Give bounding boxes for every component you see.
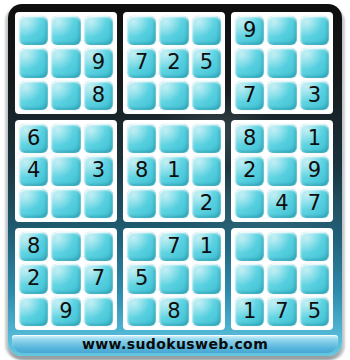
cell-r1c7[interactable]: 9 bbox=[235, 16, 264, 45]
box-r3-c1: 8279 bbox=[15, 228, 117, 330]
cell-r4c8[interactable] bbox=[267, 124, 296, 153]
cell-r7c2[interactable] bbox=[51, 232, 80, 261]
cell-r8c1[interactable]: 2 bbox=[19, 264, 48, 293]
cell-r4c7[interactable]: 8 bbox=[235, 124, 264, 153]
cell-r4c9[interactable]: 1 bbox=[300, 124, 329, 153]
cell-r6c8[interactable]: 4 bbox=[267, 189, 296, 218]
cell-r9c8[interactable]: 7 bbox=[267, 297, 296, 326]
cell-r6c2[interactable] bbox=[51, 189, 80, 218]
cell-r7c1[interactable]: 8 bbox=[19, 232, 48, 261]
cell-r5c1[interactable]: 4 bbox=[19, 156, 48, 185]
cell-r5c2[interactable] bbox=[51, 156, 80, 185]
cell-r3c4[interactable] bbox=[127, 81, 156, 110]
cell-r9c3[interactable] bbox=[84, 297, 113, 326]
cell-r2c3[interactable]: 9 bbox=[84, 48, 113, 77]
cell-r3c6[interactable] bbox=[192, 81, 221, 110]
cell-r5c7[interactable]: 2 bbox=[235, 156, 264, 185]
cell-r7c5[interactable]: 7 bbox=[159, 232, 188, 261]
cell-r7c8[interactable] bbox=[267, 232, 296, 261]
cell-r7c9[interactable] bbox=[300, 232, 329, 261]
cell-r2c9[interactable] bbox=[300, 48, 329, 77]
cell-r6c6[interactable]: 2 bbox=[192, 189, 221, 218]
cell-r9c9[interactable]: 5 bbox=[300, 297, 329, 326]
cell-r3c8[interactable] bbox=[267, 81, 296, 110]
cell-r8c9[interactable] bbox=[300, 264, 329, 293]
cell-r9c7[interactable]: 1 bbox=[235, 297, 264, 326]
cell-r6c4[interactable] bbox=[127, 189, 156, 218]
cell-r7c6[interactable]: 1 bbox=[192, 232, 221, 261]
cell-r3c3[interactable]: 8 bbox=[84, 81, 113, 110]
box-r3-c3: 175 bbox=[231, 228, 333, 330]
cell-r9c2[interactable]: 9 bbox=[51, 297, 80, 326]
cell-r3c7[interactable]: 7 bbox=[235, 81, 264, 110]
cell-r1c1[interactable] bbox=[19, 16, 48, 45]
cell-r9c4[interactable] bbox=[127, 297, 156, 326]
cell-r5c5[interactable]: 1 bbox=[159, 156, 188, 185]
cell-r4c1[interactable]: 6 bbox=[19, 124, 48, 153]
cell-r4c5[interactable] bbox=[159, 124, 188, 153]
site-link[interactable]: www.sudokusweb.com bbox=[82, 336, 268, 352]
cell-r2c8[interactable] bbox=[267, 48, 296, 77]
cell-r1c9[interactable] bbox=[300, 16, 329, 45]
cell-r8c4[interactable]: 5 bbox=[127, 264, 156, 293]
box-r1-c1: 98 bbox=[15, 12, 117, 114]
cell-r8c3[interactable]: 7 bbox=[84, 264, 113, 293]
box-r1-c3: 973 bbox=[231, 12, 333, 114]
cell-r2c6[interactable]: 5 bbox=[192, 48, 221, 77]
cell-r6c3[interactable] bbox=[84, 189, 113, 218]
cell-r5c6[interactable] bbox=[192, 156, 221, 185]
cell-r6c7[interactable] bbox=[235, 189, 264, 218]
cell-r8c6[interactable] bbox=[192, 264, 221, 293]
cell-r1c8[interactable] bbox=[267, 16, 296, 45]
cell-r5c8[interactable] bbox=[267, 156, 296, 185]
cell-r5c9[interactable]: 9 bbox=[300, 156, 329, 185]
cell-r1c6[interactable] bbox=[192, 16, 221, 45]
box-r2-c3: 812947 bbox=[231, 120, 333, 222]
sudoku-board-frame: 98 725 973 643 812 812947 8279 7158 175 … bbox=[8, 4, 342, 356]
cell-r3c5[interactable] bbox=[159, 81, 188, 110]
cell-r2c5[interactable]: 2 bbox=[159, 48, 188, 77]
cell-r6c5[interactable] bbox=[159, 189, 188, 218]
cell-r7c3[interactable] bbox=[84, 232, 113, 261]
box-r3-c2: 7158 bbox=[123, 228, 225, 330]
cell-r1c4[interactable] bbox=[127, 16, 156, 45]
cell-r4c3[interactable] bbox=[84, 124, 113, 153]
cell-r3c1[interactable] bbox=[19, 81, 48, 110]
cell-r4c4[interactable] bbox=[127, 124, 156, 153]
cell-r5c4[interactable]: 8 bbox=[127, 156, 156, 185]
cell-r2c4[interactable]: 7 bbox=[127, 48, 156, 77]
box-r2-c1: 643 bbox=[15, 120, 117, 222]
cell-r3c9[interactable]: 3 bbox=[300, 81, 329, 110]
cell-r1c2[interactable] bbox=[51, 16, 80, 45]
cell-r8c5[interactable] bbox=[159, 264, 188, 293]
cell-r7c7[interactable] bbox=[235, 232, 264, 261]
cell-r9c1[interactable] bbox=[19, 297, 48, 326]
cell-r4c6[interactable] bbox=[192, 124, 221, 153]
footer-band: www.sudokusweb.com bbox=[12, 335, 338, 353]
cell-r2c7[interactable] bbox=[235, 48, 264, 77]
cell-r6c9[interactable]: 7 bbox=[300, 189, 329, 218]
cell-r1c5[interactable] bbox=[159, 16, 188, 45]
cell-r5c3[interactable]: 3 bbox=[84, 156, 113, 185]
cell-r2c1[interactable] bbox=[19, 48, 48, 77]
cell-r9c5[interactable]: 8 bbox=[159, 297, 188, 326]
cell-r2c2[interactable] bbox=[51, 48, 80, 77]
cell-r7c4[interactable] bbox=[127, 232, 156, 261]
cell-r9c6[interactable] bbox=[192, 297, 221, 326]
cell-r6c1[interactable] bbox=[19, 189, 48, 218]
cell-r8c8[interactable] bbox=[267, 264, 296, 293]
cell-r1c3[interactable] bbox=[84, 16, 113, 45]
sudoku-board: 98 725 973 643 812 812947 8279 7158 175 bbox=[15, 12, 333, 330]
cell-r8c2[interactable] bbox=[51, 264, 80, 293]
cell-r4c2[interactable] bbox=[51, 124, 80, 153]
cell-r8c7[interactable] bbox=[235, 264, 264, 293]
box-r1-c2: 725 bbox=[123, 12, 225, 114]
box-r2-c2: 812 bbox=[123, 120, 225, 222]
cell-r3c2[interactable] bbox=[51, 81, 80, 110]
